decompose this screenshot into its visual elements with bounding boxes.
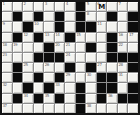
block-r4c2 — [13, 33, 23, 42]
cell-r7c3[interactable]: 25 — [23, 63, 33, 72]
cell-r7c12[interactable]: 28 — [118, 63, 128, 72]
cell-r4c5[interactable]: 13 — [44, 33, 54, 42]
cell-r1c5[interactable]: 3 — [44, 2, 54, 11]
cell-r3c11[interactable] — [107, 22, 117, 31]
cell-r5c4[interactable] — [34, 43, 44, 52]
cell-r5c13[interactable] — [128, 43, 138, 52]
block-r7c2 — [13, 63, 23, 72]
block-r10c12 — [118, 94, 128, 103]
cell-r10c5[interactable]: 35 — [44, 94, 54, 103]
cell-r5c6[interactable]: 20 — [55, 43, 65, 52]
block-r10c4 — [34, 94, 44, 103]
block-r3c8 — [76, 22, 86, 31]
cell-r6c2[interactable] — [13, 53, 23, 62]
cell-r8c9[interactable]: 30 — [86, 73, 96, 82]
cell-r2c12[interactable] — [118, 12, 128, 21]
cell-r5c1[interactable]: 18 — [2, 43, 12, 52]
cell-r7c5[interactable]: 26 — [44, 63, 54, 72]
cell-r2c9[interactable]: 8 — [86, 12, 96, 21]
clue-number: 33 — [55, 83, 59, 87]
clue-number: 35 — [45, 94, 49, 98]
cell-r4c1[interactable] — [2, 33, 12, 42]
cell-r10c11[interactable]: 36 — [107, 94, 117, 103]
clue-number: 14 — [55, 33, 59, 37]
clue-number: 12 — [24, 33, 28, 37]
cell-r7c10[interactable]: 27 — [97, 63, 107, 72]
block-r4c11 — [107, 33, 117, 42]
cell-r9c12[interactable] — [118, 83, 128, 92]
clue-number: 31 — [118, 73, 122, 77]
block-r2c6 — [55, 12, 65, 21]
cell-r1c11[interactable] — [107, 2, 117, 11]
cell-r7c1[interactable] — [2, 63, 12, 72]
block-r8c10 — [97, 73, 107, 82]
block-r10c6 — [55, 94, 65, 103]
clue-number: 5 — [87, 2, 89, 6]
clue-number: 13 — [45, 33, 49, 37]
clue-number: 32 — [3, 83, 7, 87]
clue-number: 30 — [87, 73, 91, 77]
cell-r5c3[interactable] — [23, 43, 33, 52]
cell-r9c9[interactable] — [86, 83, 96, 92]
cell-r4c12[interactable]: 16 — [118, 33, 128, 42]
clue-number: 9 — [3, 22, 5, 26]
cell-r2c5[interactable] — [44, 12, 54, 21]
cell-r9c1[interactable]: 32 — [2, 83, 12, 92]
cell-r4c13[interactable]: 17 — [128, 33, 138, 42]
block-r9c10 — [97, 83, 107, 92]
cell-r4c6[interactable]: 14 — [55, 33, 65, 42]
clue-number: 28 — [118, 63, 122, 67]
block-r5c5 — [44, 43, 54, 52]
block-r6c12 — [118, 53, 128, 62]
block-r9c5 — [44, 83, 54, 92]
cell-r3c4[interactable]: 10 — [34, 22, 44, 31]
block-r7c9 — [86, 63, 96, 72]
cell-r11c12[interactable] — [118, 104, 128, 113]
block-r2c13 — [128, 12, 138, 21]
cell-r11c4[interactable] — [34, 104, 44, 113]
clue-number: 1 — [3, 2, 5, 6]
cell-r8c1[interactable] — [2, 73, 12, 82]
cell-r7c6[interactable] — [55, 63, 65, 72]
block-r2c4 — [34, 12, 44, 21]
clue-number: 23 — [3, 53, 7, 57]
clue-number: 26 — [45, 63, 49, 67]
cell-r11c11[interactable] — [107, 104, 117, 113]
cell-r7c8[interactable] — [76, 63, 86, 72]
cell-r11c2[interactable] — [13, 104, 23, 113]
clue-number: 38 — [87, 104, 91, 108]
block-r2c8 — [76, 12, 86, 21]
cell-r1c13[interactable] — [128, 2, 138, 11]
clue-number: 3 — [45, 2, 47, 6]
crossword-board: 123456M789101112131415161718192021222324… — [0, 0, 140, 115]
cell-r11c9[interactable]: 38 — [86, 104, 96, 113]
block-r8c2 — [13, 73, 23, 82]
block-r4c4 — [34, 33, 44, 42]
cell-r8c8[interactable] — [76, 73, 86, 82]
cell-r2c10[interactable] — [97, 12, 107, 21]
cell-r6c9[interactable] — [86, 53, 96, 62]
cell-r5c12[interactable]: 22 — [118, 43, 128, 52]
block-r11c8 — [76, 104, 86, 113]
cell-r3c1[interactable]: 9 — [2, 22, 12, 31]
clue-number: 18 — [3, 43, 7, 47]
cell-r6c3[interactable] — [23, 53, 33, 62]
cell-r1c6[interactable] — [55, 2, 65, 11]
cell-r9c7[interactable] — [65, 83, 75, 92]
cell-r5c10[interactable] — [97, 43, 107, 52]
cell-r11c1[interactable]: 37 — [2, 104, 12, 113]
block-r6c6 — [55, 53, 65, 62]
clue-number: 4 — [66, 2, 68, 6]
cell-r4c3[interactable]: 12 — [23, 33, 33, 42]
block-r8c6 — [55, 73, 65, 82]
block-r6c4 — [34, 53, 44, 62]
block-r3c9 — [86, 22, 96, 31]
cell-r9c4[interactable] — [34, 83, 44, 92]
block-r6c5 — [44, 53, 54, 62]
block-r9c11 — [107, 83, 117, 92]
cell-r5c7[interactable]: 21 — [65, 43, 75, 52]
cell-r8c5[interactable] — [44, 73, 54, 82]
clue-number: 17 — [129, 33, 133, 37]
clue-number: 29 — [66, 73, 70, 77]
cell-r11c5[interactable] — [44, 104, 54, 113]
filled-letter: M — [97, 3, 107, 11]
block-r2c2 — [13, 12, 23, 21]
cell-r4c9[interactable] — [86, 33, 96, 42]
cell-r7c11[interactable] — [107, 63, 117, 72]
cell-r9c2[interactable] — [13, 83, 23, 92]
clue-number: 19 — [13, 43, 17, 47]
block-r4c7 — [65, 33, 75, 42]
block-r7c13 — [128, 63, 138, 72]
clue-number: 11 — [97, 22, 101, 26]
clue-number: 34 — [24, 94, 28, 98]
cell-r1c10[interactable]: 6M — [97, 2, 107, 11]
block-r3c3 — [23, 22, 33, 31]
cell-r10c7[interactable] — [65, 94, 75, 103]
cell-r11c13[interactable] — [128, 104, 138, 113]
cell-r1c4[interactable] — [34, 2, 44, 11]
cell-r2c1[interactable] — [2, 12, 12, 21]
cell-r11c6[interactable] — [55, 104, 65, 113]
block-r10c8 — [76, 94, 86, 103]
cell-r8c13[interactable] — [128, 73, 138, 82]
block-r3c6 — [55, 22, 65, 31]
block-r2c11 — [107, 12, 117, 21]
block-r8c4 — [34, 73, 44, 82]
block-r1c8 — [76, 2, 86, 11]
clue-number: 22 — [118, 43, 122, 47]
block-r10c2 — [13, 94, 23, 103]
clue-number: 16 — [118, 33, 122, 37]
cell-r11c10[interactable] — [97, 104, 107, 113]
cell-r1c9[interactable]: 5 — [86, 2, 96, 11]
cell-r3c2[interactable] — [13, 22, 23, 31]
cell-r11c3[interactable] — [23, 104, 33, 113]
cell-r9c6[interactable]: 33 — [55, 83, 65, 92]
clue-number: 8 — [87, 12, 89, 16]
cell-r8c12[interactable]: 31 — [118, 73, 128, 82]
cell-r1c2[interactable] — [13, 2, 23, 11]
cell-r8c3[interactable] — [23, 73, 33, 82]
cell-r10c3[interactable]: 34 — [23, 94, 33, 103]
block-r8c11 — [107, 73, 117, 82]
cell-r11c7[interactable] — [65, 104, 75, 113]
block-r5c9 — [86, 43, 96, 52]
cell-r8c7[interactable]: 29 — [65, 73, 75, 82]
cell-r7c4[interactable] — [34, 63, 44, 72]
clue-number: 20 — [55, 43, 59, 47]
cell-r2c3[interactable] — [23, 12, 33, 21]
block-r6c11 — [107, 53, 117, 62]
clue-number: 36 — [108, 94, 112, 98]
cell-r3c5[interactable] — [44, 22, 54, 31]
cell-r5c2[interactable]: 19 — [13, 43, 23, 52]
clue-number: 37 — [3, 104, 7, 108]
cell-r1c3[interactable]: 2 — [23, 2, 33, 11]
cell-r6c8[interactable] — [76, 53, 86, 62]
cell-r6c7[interactable]: 24 — [65, 53, 75, 62]
cell-r10c1[interactable] — [2, 94, 12, 103]
block-r3c13 — [128, 22, 138, 31]
cell-r3c12[interactable] — [118, 22, 128, 31]
block-r5c11 — [107, 43, 117, 52]
block-r9c3 — [23, 83, 33, 92]
cell-r3c10[interactable]: 11 — [97, 22, 107, 31]
cell-r1c7[interactable]: 4 — [65, 2, 75, 11]
cell-r2c7[interactable] — [65, 12, 75, 21]
block-r6c13 — [128, 53, 138, 62]
clue-number: 7 — [118, 2, 120, 6]
cell-r1c12[interactable]: 7 — [118, 2, 128, 11]
cell-r6c10[interactable] — [97, 53, 107, 62]
block-r7c7 — [65, 63, 75, 72]
cell-r5c8[interactable] — [76, 43, 86, 52]
cell-r6c1[interactable]: 23 — [2, 53, 12, 62]
clue-number: 10 — [34, 22, 38, 26]
cell-r4c8[interactable]: 15 — [76, 33, 86, 42]
cell-r10c9[interactable] — [86, 94, 96, 103]
cell-r4c10[interactable] — [97, 33, 107, 42]
clue-number: 24 — [66, 53, 70, 57]
block-r10c10 — [97, 94, 107, 103]
clue-number: 2 — [24, 2, 26, 6]
block-r10c13 — [128, 94, 138, 103]
clue-number: 27 — [97, 63, 101, 67]
block-r9c8 — [76, 83, 86, 92]
clue-number: 15 — [76, 33, 80, 37]
cell-r1c1[interactable]: 1 — [2, 2, 12, 11]
clue-number: 21 — [66, 43, 70, 47]
clue-number: 25 — [24, 63, 28, 67]
cell-r3c7[interactable] — [65, 22, 75, 31]
block-r9c13 — [128, 83, 138, 92]
